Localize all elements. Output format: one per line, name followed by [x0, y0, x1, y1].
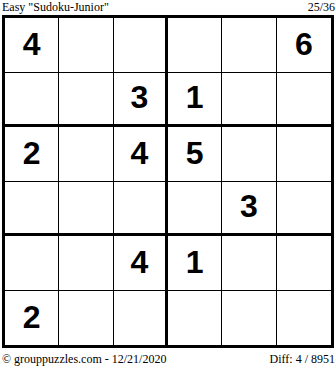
cell-r6c2[interactable]: [59, 291, 113, 346]
cell-r1c2[interactable]: [59, 18, 113, 73]
cell-r2c2[interactable]: [59, 73, 113, 128]
cell-r2c4: 1: [168, 73, 222, 128]
copyright-text: © grouppuzzles.com - 12/21/2020: [2, 352, 166, 366]
cell-r5c6[interactable]: [277, 236, 331, 291]
cell-r1c6: 6: [277, 18, 331, 73]
cell-r6c1: 2: [5, 291, 59, 346]
cell-r2c5[interactable]: [222, 73, 276, 128]
cell-r2c1[interactable]: [5, 73, 59, 128]
cell-r2c6[interactable]: [277, 73, 331, 128]
cell-r1c5[interactable]: [222, 18, 276, 73]
cell-r4c4[interactable]: [168, 182, 222, 237]
cell-r3c4: 5: [168, 127, 222, 182]
cell-r3c2[interactable]: [59, 127, 113, 182]
cell-r3c6[interactable]: [277, 127, 331, 182]
cell-r2c3: 3: [114, 73, 168, 128]
cell-r1c4[interactable]: [168, 18, 222, 73]
cell-r4c1[interactable]: [5, 182, 59, 237]
cells-remaining-counter: 25/36: [308, 0, 335, 14]
cell-r5c3: 4: [114, 236, 168, 291]
cell-r4c6[interactable]: [277, 182, 331, 237]
cell-r5c5[interactable]: [222, 236, 276, 291]
cell-r5c2[interactable]: [59, 236, 113, 291]
cell-r5c1[interactable]: [5, 236, 59, 291]
cell-r4c3[interactable]: [114, 182, 168, 237]
cell-r6c5[interactable]: [222, 291, 276, 346]
cell-r4c2[interactable]: [59, 182, 113, 237]
puzzle-title: Easy "Sudoku-Junior": [2, 0, 109, 14]
cell-r1c3[interactable]: [114, 18, 168, 73]
puzzle-page: Easy "Sudoku-Junior" 25/36 46312453412 ©…: [0, 0, 336, 370]
cell-r3c5[interactable]: [222, 127, 276, 182]
sudoku-grid: 46312453412: [2, 15, 334, 348]
cell-r6c6[interactable]: [277, 291, 331, 346]
cell-r1c1: 4: [5, 18, 59, 73]
difficulty-text: Diff: 4 / 8951: [270, 352, 335, 366]
cell-r3c3: 4: [114, 127, 168, 182]
footer: © grouppuzzles.com - 12/21/2020 Diff: 4 …: [2, 352, 335, 366]
cell-r4c5: 3: [222, 182, 276, 237]
cell-r6c4[interactable]: [168, 291, 222, 346]
cell-r6c3[interactable]: [114, 291, 168, 346]
cell-r5c4: 1: [168, 236, 222, 291]
header: Easy "Sudoku-Junior" 25/36: [2, 0, 335, 14]
cell-r3c1: 2: [5, 127, 59, 182]
